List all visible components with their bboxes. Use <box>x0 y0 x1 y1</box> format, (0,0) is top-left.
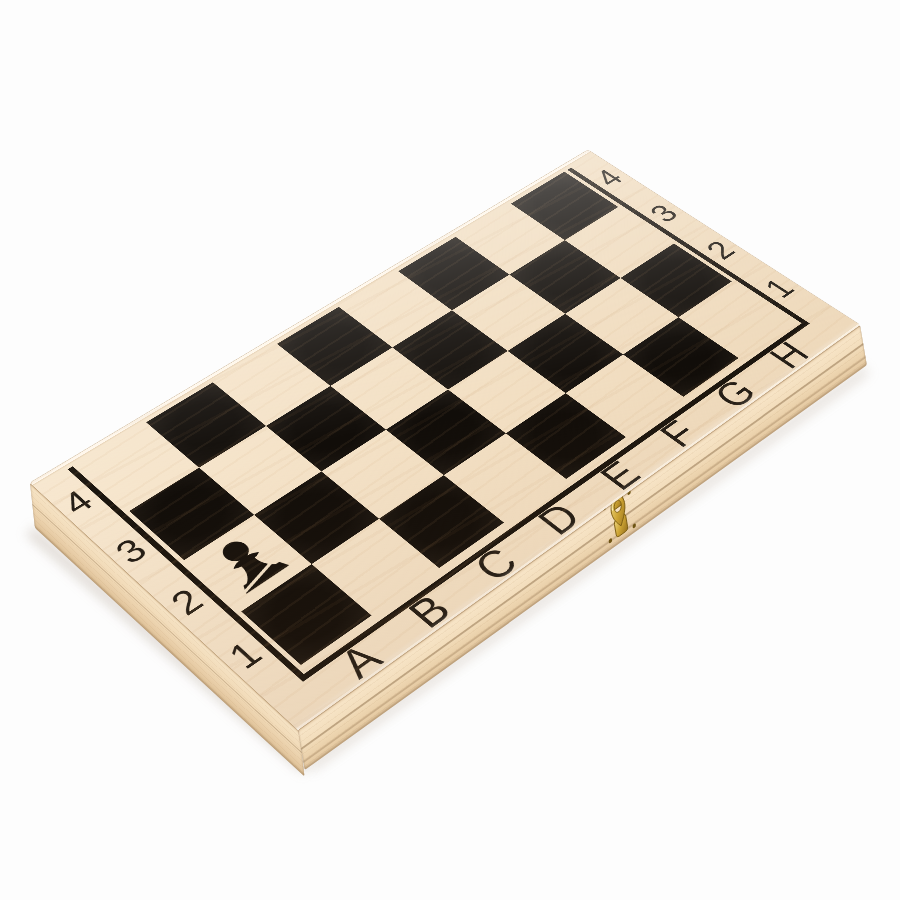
product-photo-scene: 4321 4321 ABCDEFGH <box>0 0 900 900</box>
